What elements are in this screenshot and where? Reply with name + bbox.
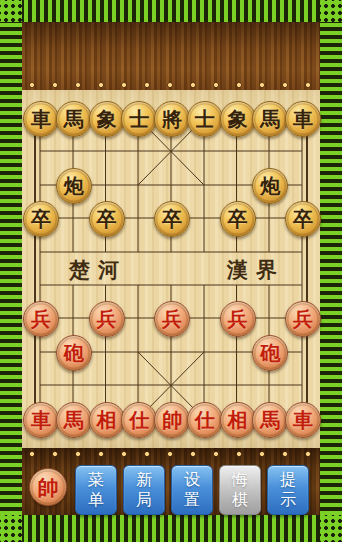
piece-black-soldier[interactable]: 卒 (285, 201, 321, 237)
xiangqi-board[interactable]: 楚河 漢界 車馬象士將士象馬車炮炮卒卒卒卒卒兵兵兵兵兵砲砲車馬相仕帥仕相馬車 (22, 90, 320, 448)
settings-button-label: 设置 (183, 470, 201, 510)
piece-red-general[interactable]: 帥 (154, 402, 190, 438)
piece-black-advisor[interactable]: 士 (187, 101, 223, 137)
piece-red-soldier[interactable]: 兵 (220, 301, 256, 337)
frame-corner-bottom-left (0, 515, 22, 542)
hint-button[interactable]: 提示 (267, 465, 309, 515)
piece-black-elephant[interactable]: 象 (89, 101, 125, 137)
hint-button-label: 提示 (279, 470, 297, 510)
piece-red-cannon[interactable]: 砲 (56, 335, 92, 371)
undo-button[interactable]: 悔棋 (219, 465, 261, 515)
piece-red-advisor[interactable]: 仕 (187, 402, 223, 438)
frame-corner-top-right (320, 0, 342, 22)
frame-border-left (0, 22, 22, 515)
nail-row-toolbar (28, 450, 314, 458)
river-label-chu-he: 楚河 (69, 256, 127, 284)
frame-border-bottom (0, 515, 342, 542)
piece-red-soldier[interactable]: 兵 (89, 301, 125, 337)
top-wood-panel (22, 22, 320, 90)
piece-red-chariot[interactable]: 車 (285, 402, 321, 438)
piece-black-cannon[interactable]: 炮 (56, 168, 92, 204)
piece-red-elephant[interactable]: 相 (220, 402, 256, 438)
new-game-button-label: 新局 (135, 470, 153, 510)
piece-black-chariot[interactable]: 車 (285, 101, 321, 137)
piece-black-soldier[interactable]: 卒 (89, 201, 125, 237)
piece-black-elephant[interactable]: 象 (220, 101, 256, 137)
piece-black-soldier[interactable]: 卒 (220, 201, 256, 237)
piece-red-cannon[interactable]: 砲 (252, 335, 288, 371)
frame-corner-top-left (0, 0, 22, 22)
frame-corner-bottom-right (320, 515, 342, 542)
new-game-button[interactable]: 新局 (123, 465, 165, 515)
piece-red-horse[interactable]: 馬 (56, 402, 92, 438)
bottom-toolbar: 帥 菜单 新局 设置 悔棋 提示 (22, 448, 320, 515)
piece-black-horse[interactable]: 馬 (56, 101, 92, 137)
piece-black-soldier[interactable]: 卒 (23, 201, 59, 237)
piece-red-chariot[interactable]: 車 (23, 402, 59, 438)
settings-button[interactable]: 设置 (171, 465, 213, 515)
piece-black-chariot[interactable]: 車 (23, 101, 59, 137)
piece-red-advisor[interactable]: 仕 (121, 402, 157, 438)
turn-indicator-piece: 帥 (29, 468, 67, 506)
piece-black-general[interactable]: 將 (154, 101, 190, 137)
piece-black-advisor[interactable]: 士 (121, 101, 157, 137)
piece-black-cannon[interactable]: 炮 (252, 168, 288, 204)
piece-red-horse[interactable]: 馬 (252, 402, 288, 438)
nail-row-top (28, 81, 314, 89)
undo-button-label: 悔棋 (231, 470, 249, 510)
xiangqi-app: 楚河 漢界 車馬象士將士象馬車炮炮卒卒卒卒卒兵兵兵兵兵砲砲車馬相仕帥仕相馬車 帥… (0, 0, 342, 542)
river-label-han-jie: 漢界 (227, 256, 285, 284)
menu-button-label: 菜单 (87, 470, 105, 510)
piece-red-elephant[interactable]: 相 (89, 402, 125, 438)
piece-black-horse[interactable]: 馬 (252, 101, 288, 137)
frame-border-right (320, 22, 342, 515)
piece-black-soldier[interactable]: 卒 (154, 201, 190, 237)
frame-border-top (0, 0, 342, 22)
menu-button[interactable]: 菜单 (75, 465, 117, 515)
